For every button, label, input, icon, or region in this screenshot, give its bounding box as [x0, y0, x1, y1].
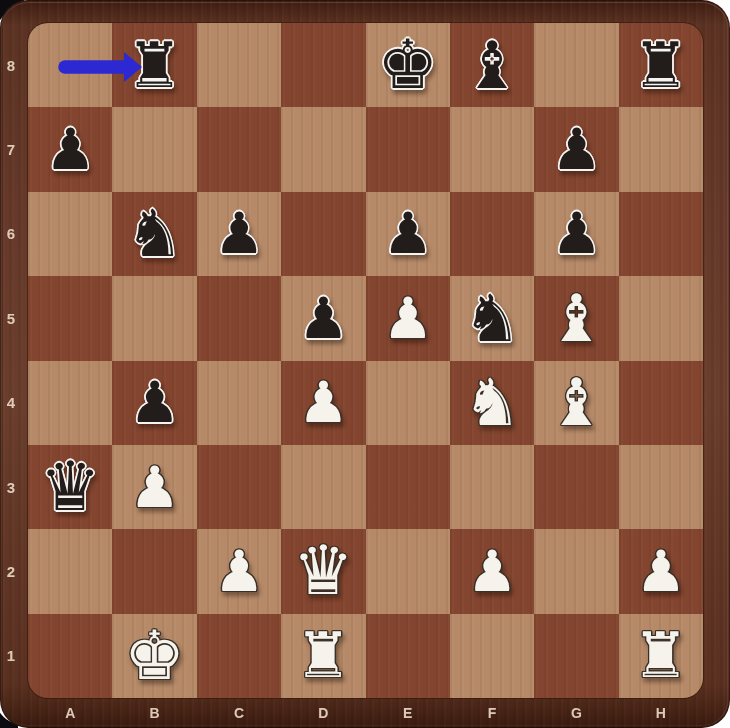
black-pawn-a7[interactable]: ♟: [45, 121, 96, 178]
rank-label-4: 4: [0, 361, 28, 445]
square-e3[interactable]: [366, 445, 450, 529]
square-c1[interactable]: [197, 614, 281, 698]
square-h2[interactable]: ♟: [619, 529, 703, 613]
chessboard-window: 87654321 ABCDEFGH ♜♚♝♜♟♟♞♟♟♟♟♟♞♝♟♟♞♝♛♟♟♛…: [0, 0, 730, 728]
square-a1[interactable]: [28, 614, 112, 698]
white-pawn-e5[interactable]: ♟: [382, 290, 433, 347]
square-h3[interactable]: [619, 445, 703, 529]
black-pawn-d5[interactable]: ♟: [298, 290, 349, 347]
square-c6[interactable]: ♟: [197, 192, 281, 276]
white-king-b1[interactable]: ♚: [124, 622, 185, 690]
file-label-e: E: [366, 698, 450, 728]
square-d5[interactable]: ♟: [281, 276, 365, 360]
square-b3[interactable]: ♟: [112, 445, 196, 529]
black-queen-a3[interactable]: ♛: [40, 453, 101, 521]
white-pawn-h2[interactable]: ♟: [635, 543, 686, 600]
square-c7[interactable]: [197, 107, 281, 191]
square-g6[interactable]: ♟: [534, 192, 618, 276]
square-f4[interactable]: ♞: [450, 361, 534, 445]
square-a3[interactable]: ♛: [28, 445, 112, 529]
square-d1[interactable]: ♜: [281, 614, 365, 698]
square-d7[interactable]: [281, 107, 365, 191]
file-label-d: D: [281, 698, 365, 728]
white-knight-f4[interactable]: ♞: [463, 370, 521, 435]
square-a4[interactable]: [28, 361, 112, 445]
square-a2[interactable]: [28, 529, 112, 613]
square-a5[interactable]: [28, 276, 112, 360]
white-rook-h1[interactable]: ♜: [633, 624, 689, 687]
square-d8[interactable]: [281, 23, 365, 107]
file-label-h: H: [619, 698, 703, 728]
square-b8[interactable]: ♜: [112, 23, 196, 107]
rank-labels: 87654321: [0, 23, 28, 698]
square-e5[interactable]: ♟: [366, 276, 450, 360]
square-e4[interactable]: [366, 361, 450, 445]
square-g4[interactable]: ♝: [534, 361, 618, 445]
square-f8[interactable]: ♝: [450, 23, 534, 107]
rank-label-5: 5: [0, 276, 28, 360]
rank-label-8: 8: [0, 23, 28, 107]
square-b6[interactable]: ♞: [112, 192, 196, 276]
square-e2[interactable]: [366, 529, 450, 613]
square-h1[interactable]: ♜: [619, 614, 703, 698]
white-bishop-g4[interactable]: ♝: [547, 370, 605, 435]
black-knight-f5[interactable]: ♞: [463, 286, 521, 351]
square-g3[interactable]: [534, 445, 618, 529]
black-pawn-e6[interactable]: ♟: [382, 205, 433, 262]
rank-label-3: 3: [0, 445, 28, 529]
square-b2[interactable]: [112, 529, 196, 613]
file-label-a: A: [28, 698, 112, 728]
rank-label-2: 2: [0, 529, 28, 613]
square-d6[interactable]: [281, 192, 365, 276]
square-g8[interactable]: [534, 23, 618, 107]
black-pawn-g7[interactable]: ♟: [551, 121, 602, 178]
square-c8[interactable]: [197, 23, 281, 107]
square-h8[interactable]: ♜: [619, 23, 703, 107]
white-pawn-d4[interactable]: ♟: [298, 374, 349, 431]
file-label-c: C: [197, 698, 281, 728]
square-d2[interactable]: ♛: [281, 529, 365, 613]
square-f7[interactable]: [450, 107, 534, 191]
square-d3[interactable]: [281, 445, 365, 529]
black-pawn-g6[interactable]: ♟: [551, 205, 602, 262]
square-a8[interactable]: [28, 23, 112, 107]
board: ♜♚♝♜♟♟♞♟♟♟♟♟♞♝♟♟♞♝♛♟♟♛♟♟♚♜♜: [28, 23, 703, 698]
rank-label-7: 7: [0, 107, 28, 191]
square-c5[interactable]: [197, 276, 281, 360]
square-a7[interactable]: ♟: [28, 107, 112, 191]
black-rook-h8[interactable]: ♜: [633, 34, 689, 97]
square-h4[interactable]: [619, 361, 703, 445]
square-f2[interactable]: ♟: [450, 529, 534, 613]
square-e7[interactable]: [366, 107, 450, 191]
black-bishop-f8[interactable]: ♝: [463, 33, 521, 98]
square-c4[interactable]: [197, 361, 281, 445]
square-d4[interactable]: ♟: [281, 361, 365, 445]
file-label-b: B: [112, 698, 196, 728]
rank-label-1: 1: [0, 614, 28, 698]
white-bishop-g5[interactable]: ♝: [547, 286, 605, 351]
black-king-e8[interactable]: ♚: [377, 31, 438, 99]
square-f3[interactable]: [450, 445, 534, 529]
file-labels: ABCDEFGH: [28, 698, 703, 728]
square-g2[interactable]: [534, 529, 618, 613]
white-pawn-b3[interactable]: ♟: [129, 459, 180, 516]
square-f5[interactable]: ♞: [450, 276, 534, 360]
black-knight-b6[interactable]: ♞: [125, 201, 183, 266]
square-e8[interactable]: ♚: [366, 23, 450, 107]
square-a6[interactable]: [28, 192, 112, 276]
square-f1[interactable]: [450, 614, 534, 698]
square-h7[interactable]: [619, 107, 703, 191]
square-h5[interactable]: [619, 276, 703, 360]
black-pawn-c6[interactable]: ♟: [213, 205, 264, 262]
square-b5[interactable]: [112, 276, 196, 360]
white-queen-d2[interactable]: ♛: [293, 537, 354, 605]
square-c2[interactable]: ♟: [197, 529, 281, 613]
square-b1[interactable]: ♚: [112, 614, 196, 698]
square-c3[interactable]: [197, 445, 281, 529]
rank-label-6: 6: [0, 192, 28, 276]
file-label-g: G: [534, 698, 618, 728]
square-e1[interactable]: [366, 614, 450, 698]
white-rook-d1[interactable]: ♜: [295, 624, 351, 687]
square-g7[interactable]: ♟: [534, 107, 618, 191]
file-label-f: F: [450, 698, 534, 728]
black-rook-b8[interactable]: ♜: [126, 34, 182, 97]
black-pawn-b4[interactable]: ♟: [129, 374, 180, 431]
square-g1[interactable]: [534, 614, 618, 698]
square-h6[interactable]: [619, 192, 703, 276]
square-b7[interactable]: [112, 107, 196, 191]
square-e6[interactable]: ♟: [366, 192, 450, 276]
white-pawn-c2[interactable]: ♟: [213, 543, 264, 600]
square-f6[interactable]: [450, 192, 534, 276]
square-b4[interactable]: ♟: [112, 361, 196, 445]
white-pawn-f2[interactable]: ♟: [467, 543, 518, 600]
square-g5[interactable]: ♝: [534, 276, 618, 360]
